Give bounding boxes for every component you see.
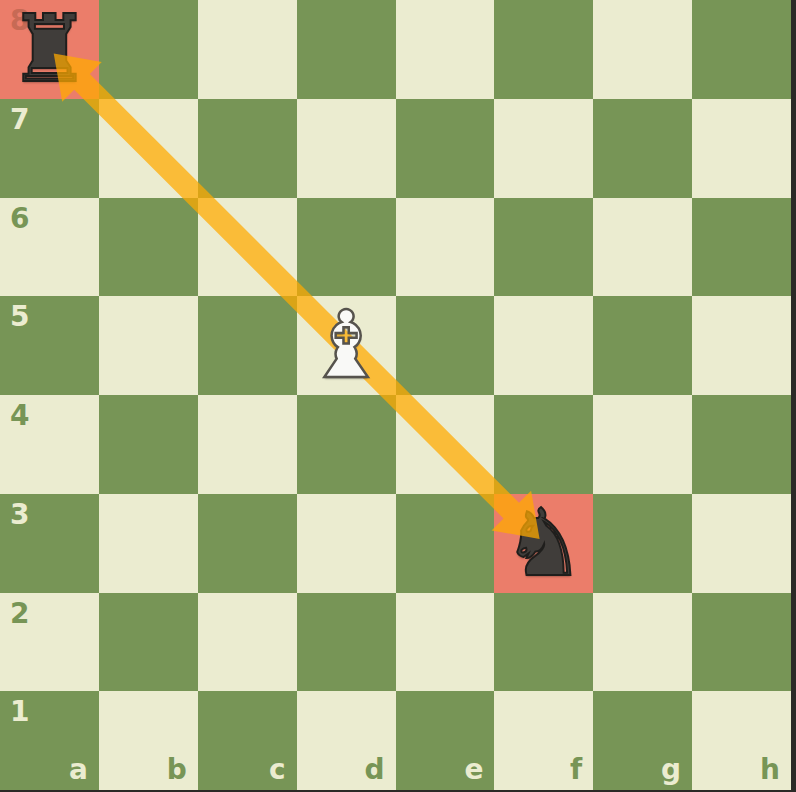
square-e4[interactable] [396, 395, 495, 494]
square-b3[interactable] [99, 494, 198, 593]
square-c7[interactable] [198, 99, 297, 198]
square-a1[interactable]: 1a [0, 691, 99, 790]
file-label-f: f [570, 756, 582, 784]
file-label-a: a [69, 756, 88, 784]
square-e6[interactable] [396, 198, 495, 297]
square-c5[interactable] [198, 296, 297, 395]
file-label-h: h [760, 756, 780, 784]
square-e3[interactable] [396, 494, 495, 593]
rank-label-7: 7 [10, 106, 29, 134]
square-g1[interactable]: g [593, 691, 692, 790]
square-g6[interactable] [593, 198, 692, 297]
square-b8[interactable] [99, 0, 198, 99]
square-h8[interactable] [692, 0, 791, 99]
rank-label-4: 4 [10, 402, 29, 430]
square-f2[interactable] [494, 593, 593, 692]
square-h1[interactable]: h [692, 691, 791, 790]
file-label-c: c [269, 756, 286, 784]
square-f7[interactable] [494, 99, 593, 198]
square-f8[interactable] [494, 0, 593, 99]
square-e7[interactable] [396, 99, 495, 198]
square-a5[interactable]: 5 [0, 296, 99, 395]
file-label-e: e [464, 756, 483, 784]
square-g5[interactable] [593, 296, 692, 395]
square-e8[interactable] [396, 0, 495, 99]
rank-label-6: 6 [10, 205, 29, 233]
rank-label-2: 2 [10, 600, 29, 628]
file-label-b: b [167, 756, 187, 784]
white-bishop-d5[interactable]: ♝ [297, 296, 396, 395]
square-a2[interactable]: 2 [0, 593, 99, 692]
rank-label-5: 5 [10, 303, 29, 331]
square-h6[interactable] [692, 198, 791, 297]
square-d8[interactable] [297, 0, 396, 99]
square-h5[interactable] [692, 296, 791, 395]
square-g4[interactable] [593, 395, 692, 494]
app-background: 87654321abcdefgh ♜♞ ♝ [0, 0, 796, 792]
square-b2[interactable] [99, 593, 198, 692]
square-f5[interactable] [494, 296, 593, 395]
square-h3[interactable] [692, 494, 791, 593]
square-d7[interactable] [297, 99, 396, 198]
square-c6[interactable] [198, 198, 297, 297]
square-d2[interactable] [297, 593, 396, 692]
square-d4[interactable] [297, 395, 396, 494]
rank-label-3: 3 [10, 501, 29, 529]
square-f4[interactable] [494, 395, 593, 494]
file-label-g: g [661, 756, 681, 784]
square-b5[interactable] [99, 296, 198, 395]
square-c4[interactable] [198, 395, 297, 494]
square-d1[interactable]: d [297, 691, 396, 790]
square-g2[interactable] [593, 593, 692, 692]
square-c3[interactable] [198, 494, 297, 593]
square-g7[interactable] [593, 99, 692, 198]
square-c2[interactable] [198, 593, 297, 692]
square-h4[interactable] [692, 395, 791, 494]
square-e2[interactable] [396, 593, 495, 692]
square-h2[interactable] [692, 593, 791, 692]
square-a7[interactable]: 7 [0, 99, 99, 198]
square-e5[interactable] [396, 296, 495, 395]
square-a4[interactable]: 4 [0, 395, 99, 494]
square-c8[interactable] [198, 0, 297, 99]
square-f1[interactable]: f [494, 691, 593, 790]
file-label-d: d [364, 756, 384, 784]
square-c1[interactable]: c [198, 691, 297, 790]
square-d3[interactable] [297, 494, 396, 593]
chess-board: 87654321abcdefgh [0, 0, 791, 790]
square-f6[interactable] [494, 198, 593, 297]
square-g8[interactable] [593, 0, 692, 99]
square-b6[interactable] [99, 198, 198, 297]
square-e1[interactable]: e [396, 691, 495, 790]
square-h7[interactable] [692, 99, 791, 198]
black-knight-f3[interactable]: ♞ [494, 494, 593, 593]
rank-label-1: 1 [10, 698, 29, 726]
square-d6[interactable] [297, 198, 396, 297]
square-a6[interactable]: 6 [0, 198, 99, 297]
black-rook-a8[interactable]: ♜ [0, 0, 99, 99]
square-a3[interactable]: 3 [0, 494, 99, 593]
square-b4[interactable] [99, 395, 198, 494]
square-b1[interactable]: b [99, 691, 198, 790]
square-b7[interactable] [99, 99, 198, 198]
square-g3[interactable] [593, 494, 692, 593]
